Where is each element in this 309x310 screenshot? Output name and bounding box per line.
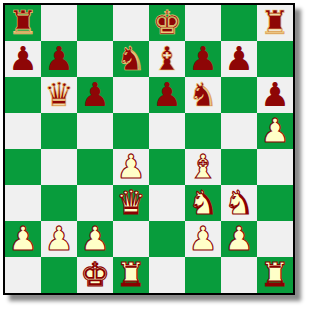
square-c4[interactable] [77, 149, 113, 185]
square-a7[interactable]: ♟ [5, 41, 41, 77]
square-f8[interactable] [185, 5, 221, 41]
square-e1[interactable] [149, 257, 185, 293]
white-pawn: ♟ [224, 221, 254, 257]
square-f6[interactable]: ♞ [185, 77, 221, 113]
square-a6[interactable] [5, 77, 41, 113]
black-pawn: ♟ [8, 41, 38, 77]
black-pawn: ♟ [44, 41, 74, 77]
square-a4[interactable] [5, 149, 41, 185]
square-e5[interactable] [149, 113, 185, 149]
white-bishop: ♝ [188, 149, 218, 185]
black-queen: ♛ [44, 77, 74, 113]
square-a8[interactable]: ♜ [5, 5, 41, 41]
square-c8[interactable] [77, 5, 113, 41]
square-d6[interactable] [113, 77, 149, 113]
square-a3[interactable] [5, 185, 41, 221]
square-e4[interactable] [149, 149, 185, 185]
square-g4[interactable] [221, 149, 257, 185]
square-a1[interactable] [5, 257, 41, 293]
square-g1[interactable] [221, 257, 257, 293]
square-e6[interactable]: ♟ [149, 77, 185, 113]
chess-board-frame: ♜♚♜♟♟♞♝♟♟♛♟♟♞♟♟♟♝♛♞♞♟♟♟♟♟♚♜♜ [3, 3, 295, 295]
square-g3[interactable]: ♞ [221, 185, 257, 221]
square-f4[interactable]: ♝ [185, 149, 221, 185]
square-b2[interactable]: ♟ [41, 221, 77, 257]
square-f2[interactable]: ♟ [185, 221, 221, 257]
square-b8[interactable] [41, 5, 77, 41]
black-pawn: ♟ [152, 77, 182, 113]
square-h5[interactable]: ♟ [257, 113, 293, 149]
square-b1[interactable] [41, 257, 77, 293]
white-pawn: ♟ [188, 221, 218, 257]
black-king: ♚ [152, 5, 182, 41]
square-h1[interactable]: ♜ [257, 257, 293, 293]
square-g6[interactable] [221, 77, 257, 113]
square-g7[interactable]: ♟ [221, 41, 257, 77]
square-h4[interactable] [257, 149, 293, 185]
square-b4[interactable] [41, 149, 77, 185]
square-h2[interactable] [257, 221, 293, 257]
white-king: ♚ [80, 257, 110, 293]
black-pawn: ♟ [80, 77, 110, 113]
square-b6[interactable]: ♛ [41, 77, 77, 113]
white-pawn: ♟ [8, 221, 38, 257]
square-b3[interactable] [41, 185, 77, 221]
white-pawn: ♟ [260, 113, 290, 149]
square-d5[interactable] [113, 113, 149, 149]
square-f5[interactable] [185, 113, 221, 149]
chess-diagram-window: ♜♚♜♟♟♞♝♟♟♛♟♟♞♟♟♟♝♛♞♞♟♟♟♟♟♚♜♜ [0, 0, 309, 310]
black-pawn: ♟ [188, 41, 218, 77]
square-c3[interactable] [77, 185, 113, 221]
black-knight: ♞ [116, 41, 146, 77]
square-c7[interactable] [77, 41, 113, 77]
square-c5[interactable] [77, 113, 113, 149]
square-d4[interactable]: ♟ [113, 149, 149, 185]
white-rook: ♜ [116, 257, 146, 293]
square-d2[interactable] [113, 221, 149, 257]
black-knight: ♞ [188, 77, 218, 113]
white-queen: ♛ [116, 185, 146, 221]
square-g2[interactable]: ♟ [221, 221, 257, 257]
square-e2[interactable] [149, 221, 185, 257]
chess-board: ♜♚♜♟♟♞♝♟♟♛♟♟♞♟♟♟♝♛♞♞♟♟♟♟♟♚♜♜ [5, 5, 293, 293]
square-d8[interactable] [113, 5, 149, 41]
square-c2[interactable]: ♟ [77, 221, 113, 257]
white-knight: ♞ [188, 185, 218, 221]
white-knight: ♞ [224, 185, 254, 221]
square-h6[interactable]: ♟ [257, 77, 293, 113]
square-e8[interactable]: ♚ [149, 5, 185, 41]
white-pawn: ♟ [80, 221, 110, 257]
white-pawn: ♟ [44, 221, 74, 257]
square-h8[interactable]: ♜ [257, 5, 293, 41]
black-rook: ♜ [260, 5, 290, 41]
square-f1[interactable] [185, 257, 221, 293]
square-a5[interactable] [5, 113, 41, 149]
square-d3[interactable]: ♛ [113, 185, 149, 221]
black-pawn: ♟ [224, 41, 254, 77]
white-pawn: ♟ [116, 149, 146, 185]
white-rook: ♜ [260, 257, 290, 293]
square-c1[interactable]: ♚ [77, 257, 113, 293]
square-b7[interactable]: ♟ [41, 41, 77, 77]
square-f7[interactable]: ♟ [185, 41, 221, 77]
square-f3[interactable]: ♞ [185, 185, 221, 221]
square-h7[interactable] [257, 41, 293, 77]
square-e7[interactable]: ♝ [149, 41, 185, 77]
black-rook: ♜ [8, 5, 38, 41]
square-d7[interactable]: ♞ [113, 41, 149, 77]
black-bishop: ♝ [152, 41, 182, 77]
square-h3[interactable] [257, 185, 293, 221]
square-b5[interactable] [41, 113, 77, 149]
square-c6[interactable]: ♟ [77, 77, 113, 113]
square-d1[interactable]: ♜ [113, 257, 149, 293]
square-e3[interactable] [149, 185, 185, 221]
square-g8[interactable] [221, 5, 257, 41]
square-g5[interactable] [221, 113, 257, 149]
square-a2[interactable]: ♟ [5, 221, 41, 257]
black-pawn: ♟ [260, 77, 290, 113]
